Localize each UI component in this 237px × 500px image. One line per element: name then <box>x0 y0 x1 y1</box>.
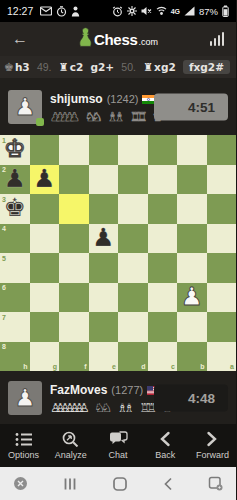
square-b2[interactable] <box>177 165 207 195</box>
square-b5[interactable] <box>177 253 207 283</box>
square-h4[interactable]: 4 <box>0 224 30 254</box>
move-number: 50. <box>121 61 136 73</box>
logo-text: Chess <box>94 31 138 48</box>
square-a3[interactable] <box>207 194 237 224</box>
square-e5[interactable] <box>89 253 119 283</box>
user-player-row: ♟ FazMoves (1277) ♙♙♙♙♙♙♙♘♘♗♗♖♖♕+2 4:48 <box>0 371 236 424</box>
square-e8[interactable]: e <box>89 342 119 372</box>
file-label: e <box>112 363 116 370</box>
square-b7[interactable] <box>177 312 207 342</box>
square-d4[interactable] <box>118 224 148 254</box>
captured-piece-group: ♜♜ <box>130 111 148 123</box>
back-arrow-icon[interactable]: ← <box>12 31 28 47</box>
forward-icon <box>206 431 218 447</box>
captured-piece-group: ♞♞ <box>85 111 103 123</box>
square-d2[interactable] <box>118 165 148 195</box>
square-e7[interactable] <box>89 312 119 342</box>
analyze-icon <box>62 431 79 447</box>
status-bar: 12:27 4G 87% <box>0 0 236 22</box>
square-h7[interactable]: 7 <box>0 312 30 342</box>
user-clock: 4:48 <box>154 384 228 411</box>
square-a1[interactable] <box>207 135 237 165</box>
square-d7[interactable] <box>118 312 148 342</box>
analyze-button[interactable]: Analyze <box>47 424 94 467</box>
square-d5[interactable] <box>118 253 148 283</box>
square-c5[interactable] <box>148 253 178 283</box>
opponent-username[interactable]: shijumso <box>50 92 103 106</box>
square-a7[interactable] <box>207 312 237 342</box>
square-a2[interactable] <box>207 165 237 195</box>
square-d6[interactable] <box>118 283 148 313</box>
online-badge <box>36 118 44 126</box>
bar-chart-icon[interactable] <box>210 32 225 46</box>
chat-button[interactable]: Chat <box>94 424 141 467</box>
square-e4[interactable]: ♟ <box>89 224 119 254</box>
square-g5[interactable] <box>30 253 60 283</box>
square-a6[interactable] <box>207 283 237 313</box>
black-pawn-h2[interactable]: ♟ <box>4 166 26 191</box>
square-h3[interactable]: 3♚ <box>0 194 30 224</box>
file-label: h <box>23 363 27 370</box>
square-a5[interactable] <box>207 253 237 283</box>
captured-piece-group: ♝♝ <box>107 111 125 123</box>
square-d3[interactable] <box>118 194 148 224</box>
square-c3[interactable] <box>148 194 178 224</box>
move-back-button[interactable]: Back <box>142 424 189 467</box>
square-f6[interactable] <box>59 283 89 313</box>
square-c6[interactable] <box>148 283 178 313</box>
captured-piece-group: ♙♙♙♙♙♙♙ <box>50 402 89 414</box>
square-g4[interactable] <box>30 224 60 254</box>
avatar-pawn-icon: ♟ <box>14 95 36 119</box>
opponent-clock: 4:51 <box>154 93 228 120</box>
file-label: g <box>53 363 57 370</box>
square-a8[interactable]: a <box>207 342 237 372</box>
figurine-icon: ♜ <box>143 61 153 74</box>
square-b4[interactable] <box>177 224 207 254</box>
clock-time: 12:27 <box>7 5 33 17</box>
captured-piece-group: ♘♘ <box>94 402 112 414</box>
square-c2[interactable] <box>148 165 178 195</box>
rank-label: 8 <box>2 343 6 350</box>
file-label: a <box>230 363 234 370</box>
square-e2[interactable] <box>89 165 119 195</box>
square-f1[interactable] <box>59 135 89 165</box>
opponent-avatar[interactable]: ♟ <box>8 90 42 124</box>
square-b8[interactable]: b <box>177 342 207 372</box>
mail-icon <box>40 6 52 16</box>
opponent-player-row: ♟ shijumso (1242) ♟♟♟♟♟♞♞♝♝♜♜♛ 4:51 <box>0 78 236 135</box>
pawn-logo-icon <box>78 27 93 52</box>
file-label: c <box>171 363 175 370</box>
mute-icon <box>141 6 152 16</box>
user-avatar[interactable]: ♟ <box>8 381 42 415</box>
square-c1[interactable] <box>148 135 178 165</box>
figurine-icon: ♜ <box>59 61 69 74</box>
square-d8[interactable]: d <box>118 342 148 372</box>
square-h1[interactable]: 1♚ <box>0 135 30 165</box>
square-f7[interactable] <box>59 312 89 342</box>
rank-label: 1 <box>2 137 6 144</box>
move-entry[interactable]: ♚h3 <box>4 61 30 74</box>
figurine-icon: ♚ <box>4 61 14 74</box>
rank-label: 7 <box>2 314 6 321</box>
avatar-pawn-icon: ♟ <box>14 386 36 410</box>
user-username[interactable]: FazMoves <box>50 383 107 397</box>
chesscom-logo: Chess .com <box>78 27 158 52</box>
square-f5[interactable] <box>59 253 89 283</box>
user-rating: (1277) <box>111 384 143 396</box>
square-d1[interactable] <box>118 135 148 165</box>
move-entry[interactable]: ♜xg2 <box>143 61 175 74</box>
app-header: ← Chess .com <box>0 22 236 56</box>
battery-percent: 87% <box>199 6 218 17</box>
square-c4[interactable] <box>148 224 178 254</box>
move-number: 49. <box>37 61 52 73</box>
square-h2[interactable]: 2♟ <box>0 165 30 195</box>
black-pawn-e4[interactable]: ♟ <box>92 225 114 250</box>
square-f3[interactable] <box>59 194 89 224</box>
square-e1[interactable] <box>89 135 119 165</box>
move-forward-button[interactable]: Forward <box>189 424 236 467</box>
square-g2[interactable]: ♟ <box>30 165 60 195</box>
rank-label: 5 <box>2 255 6 262</box>
edge-panel-icon[interactable] <box>13 476 28 491</box>
chess-board[interactable]: 1♚2♟♟3♚4♟56♟78hgfedcba <box>0 135 236 371</box>
file-label: b <box>200 363 204 370</box>
recents-icon[interactable] <box>63 477 77 491</box>
square-h8[interactable]: 8h <box>0 342 30 372</box>
hotspot-icon <box>156 6 167 16</box>
square-h6[interactable]: 6 <box>0 283 30 313</box>
square-g1[interactable] <box>30 135 60 165</box>
square-a4[interactable] <box>207 224 237 254</box>
options-icon <box>15 432 33 447</box>
captured-piece-group: ♗♗ <box>117 402 135 414</box>
move-entry[interactable]: fxg2# <box>183 60 230 74</box>
move-entry[interactable]: ♜c2 <box>59 61 83 74</box>
move-list-bar[interactable]: ♚h349.♜c2g2+50.♜xg2fxg2# <box>0 56 236 78</box>
chat-icon <box>109 431 128 447</box>
rank-label: 2 <box>2 166 6 173</box>
square-f8[interactable]: f <box>59 342 89 372</box>
android-nav-bar <box>0 467 236 500</box>
square-c7[interactable] <box>148 312 178 342</box>
rank-label: 6 <box>2 284 6 291</box>
square-b6[interactable]: ♟ <box>177 283 207 313</box>
game-toolbar: Options Analyze Chat Back Forward <box>0 424 236 467</box>
square-g3[interactable] <box>30 194 60 224</box>
square-g6[interactable] <box>30 283 60 313</box>
square-g8[interactable]: g <box>30 342 60 372</box>
square-e3[interactable] <box>89 194 119 224</box>
vibrate-icon <box>127 6 137 16</box>
black-king-h3[interactable]: ♚ <box>4 195 26 220</box>
square-h5[interactable]: 5 <box>0 253 30 283</box>
square-g7[interactable] <box>30 312 60 342</box>
square-f2[interactable] <box>59 165 89 195</box>
square-f4[interactable] <box>59 224 89 254</box>
logo-suffix: .com <box>139 36 159 46</box>
rank-label: 3 <box>2 196 6 203</box>
white-pawn-b6[interactable]: ♟ <box>181 284 203 309</box>
back-icon <box>159 431 171 447</box>
options-button[interactable]: Options <box>0 424 47 467</box>
square-c8[interactable]: c <box>148 342 178 372</box>
white-king-h1[interactable]: ♚ <box>4 136 26 161</box>
square-b1[interactable] <box>177 135 207 165</box>
screenshot-icon[interactable] <box>208 476 223 491</box>
nav-back-icon[interactable] <box>163 477 173 491</box>
captured-piece-group: ♟♟♟♟♟ <box>50 111 80 123</box>
move-entry[interactable]: g2+ <box>90 61 114 73</box>
signal-icon <box>184 6 195 16</box>
alarm-icon <box>112 6 123 17</box>
battery-icon <box>222 5 229 17</box>
network-4g: 4G <box>171 8 180 15</box>
opponent-rating: (1242) <box>107 93 139 105</box>
black-pawn-g2[interactable]: ♟ <box>33 166 55 191</box>
square-b3[interactable] <box>177 194 207 224</box>
file-label: f <box>84 363 86 370</box>
timer-icon <box>56 6 67 17</box>
file-label: d <box>141 363 145 370</box>
rank-label: 4 <box>2 225 6 232</box>
home-icon[interactable] <box>112 476 128 492</box>
person-icon <box>71 6 80 17</box>
square-e6[interactable] <box>89 283 119 313</box>
